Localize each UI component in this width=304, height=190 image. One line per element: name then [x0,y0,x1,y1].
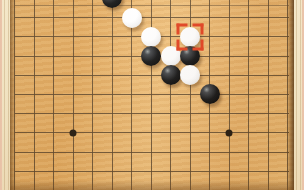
grid-line-horizontal [15,17,289,18]
grid-line-horizontal [15,132,289,133]
white-stone-G10 [122,8,142,28]
grid-line-horizontal [15,171,289,172]
grid-line-vertical [34,0,35,190]
white-stone-J7 [180,65,200,85]
grid-line-vertical [287,0,288,190]
grid-line-vertical [268,0,269,190]
gomoku-board[interactable] [10,0,294,190]
grid-line-horizontal [15,75,289,76]
grid-line-vertical [170,0,171,190]
grid-line-vertical [131,0,132,190]
grid-line-horizontal [15,94,289,95]
grid-line-vertical [14,0,15,190]
grid-line-vertical [92,0,93,190]
star-point [226,129,233,136]
grid-line-vertical [112,0,113,190]
grid-line-vertical [248,0,249,190]
gomoku-board-screenshot [0,0,304,190]
grid-line-horizontal [15,152,289,153]
white-stone-H9 [141,27,161,47]
star-point [70,129,77,136]
crop-artifact-line [15,5,289,6]
black-stone-I7 [161,65,181,85]
last-move-marker-icon [177,23,204,50]
black-stone-H8 [141,46,161,66]
grid-line-vertical [53,0,54,190]
black-stone-F11 [102,0,122,8]
black-stone-K6 [200,84,220,104]
grid-line-vertical [229,0,230,190]
grid-line-horizontal [15,113,289,114]
grid-line-vertical [73,0,74,190]
